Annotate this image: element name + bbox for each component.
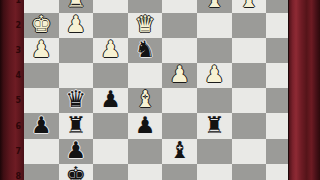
square-g5[interactable]: ♛: [59, 88, 94, 113]
square-b4[interactable]: [232, 63, 267, 88]
white-bishop: ♝: [204, 0, 225, 12]
rank-label-8: 8: [0, 172, 21, 180]
square-g4[interactable]: [59, 63, 94, 88]
square-f8[interactable]: [93, 164, 128, 180]
square-e4[interactable]: [128, 63, 163, 88]
square-f7[interactable]: [93, 139, 128, 164]
square-e2[interactable]: ♛: [128, 13, 163, 38]
black-rook: ♜: [66, 113, 87, 138]
rank-label-5: 5: [0, 96, 21, 105]
square-d7[interactable]: ♝: [162, 139, 197, 164]
square-c8[interactable]: [197, 164, 232, 180]
square-b6[interactable]: [232, 113, 267, 138]
curtain-left: 12345678: [0, 0, 24, 180]
square-f6[interactable]: [93, 113, 128, 138]
black-pawn: ♟: [66, 138, 87, 163]
rank-label-2: 2: [0, 21, 21, 30]
square-d4[interactable]: ♟: [162, 63, 197, 88]
white-pawn: ♟: [204, 62, 225, 87]
square-d6[interactable]: [162, 113, 197, 138]
square-d5[interactable]: [162, 88, 197, 113]
chess-board: ♜♝♝♚♟♛♟♟♞♟♟♛♟♝♟♜♟♜♟♝♚: [24, 0, 301, 180]
square-c5[interactable]: [197, 88, 232, 113]
square-h3[interactable]: ♟: [24, 38, 59, 63]
square-b8[interactable]: [232, 164, 267, 180]
square-d2[interactable]: [162, 13, 197, 38]
black-queen: ♛: [66, 87, 87, 112]
black-knight: ♞: [135, 37, 156, 62]
square-c6[interactable]: ♜: [197, 113, 232, 138]
square-h5[interactable]: [24, 88, 59, 113]
square-b3[interactable]: [232, 38, 267, 63]
square-h2[interactable]: ♚: [24, 13, 59, 38]
curtain-right: [288, 0, 320, 180]
black-king: ♚: [66, 163, 87, 180]
square-e6[interactable]: ♟: [128, 113, 163, 138]
square-f4[interactable]: [93, 63, 128, 88]
square-d1[interactable]: [162, 0, 197, 13]
square-d8[interactable]: [162, 164, 197, 180]
square-e5[interactable]: ♝: [128, 88, 163, 113]
white-rook: ♜: [66, 0, 87, 12]
black-bishop: ♝: [169, 138, 190, 163]
square-c1[interactable]: ♝: [197, 0, 232, 13]
square-e3[interactable]: ♞: [128, 38, 163, 63]
square-b2[interactable]: [232, 13, 267, 38]
white-pawn: ♟: [100, 37, 121, 62]
white-pawn: ♟: [66, 12, 87, 37]
square-b5[interactable]: [232, 88, 267, 113]
white-bishop: ♝: [239, 0, 260, 12]
square-c3[interactable]: [197, 38, 232, 63]
square-f1[interactable]: [93, 0, 128, 13]
white-pawn: ♟: [31, 37, 52, 62]
square-c2[interactable]: [197, 13, 232, 38]
square-h1[interactable]: [24, 0, 59, 13]
rank-label-1: 1: [0, 0, 21, 5]
black-pawn: ♟: [31, 113, 52, 138]
black-pawn: ♟: [100, 87, 121, 112]
white-queen: ♛: [135, 12, 156, 37]
square-c4[interactable]: ♟: [197, 63, 232, 88]
rank-label-6: 6: [0, 122, 21, 131]
square-g2[interactable]: ♟: [59, 13, 94, 38]
square-e7[interactable]: [128, 139, 163, 164]
square-b1[interactable]: ♝: [232, 0, 267, 13]
square-f2[interactable]: [93, 13, 128, 38]
square-g8[interactable]: ♚: [59, 164, 94, 180]
square-h6[interactable]: ♟: [24, 113, 59, 138]
square-g3[interactable]: [59, 38, 94, 63]
square-f5[interactable]: ♟: [93, 88, 128, 113]
square-g7[interactable]: ♟: [59, 139, 94, 164]
square-e8[interactable]: [128, 164, 163, 180]
square-b7[interactable]: [232, 139, 267, 164]
black-pawn: ♟: [135, 113, 156, 138]
white-pawn: ♟: [169, 62, 190, 87]
square-h4[interactable]: [24, 63, 59, 88]
square-f3[interactable]: ♟: [93, 38, 128, 63]
square-g1[interactable]: ♜: [59, 0, 94, 13]
video-frame: ♜♝♝♚♟♛♟♟♞♟♟♛♟♝♟♜♟♜♟♝♚ 12345678: [0, 0, 320, 180]
rank-label-7: 7: [0, 147, 21, 156]
square-e1[interactable]: [128, 0, 163, 13]
square-h7[interactable]: [24, 139, 59, 164]
rank-label-3: 3: [0, 46, 21, 55]
square-g6[interactable]: ♜: [59, 113, 94, 138]
square-d3[interactable]: [162, 38, 197, 63]
white-king: ♚: [31, 12, 52, 37]
square-h8[interactable]: [24, 164, 59, 180]
white-bishop: ♝: [135, 87, 156, 112]
square-c7[interactable]: [197, 139, 232, 164]
black-rook: ♜: [204, 113, 225, 138]
rank-label-4: 4: [0, 71, 21, 80]
